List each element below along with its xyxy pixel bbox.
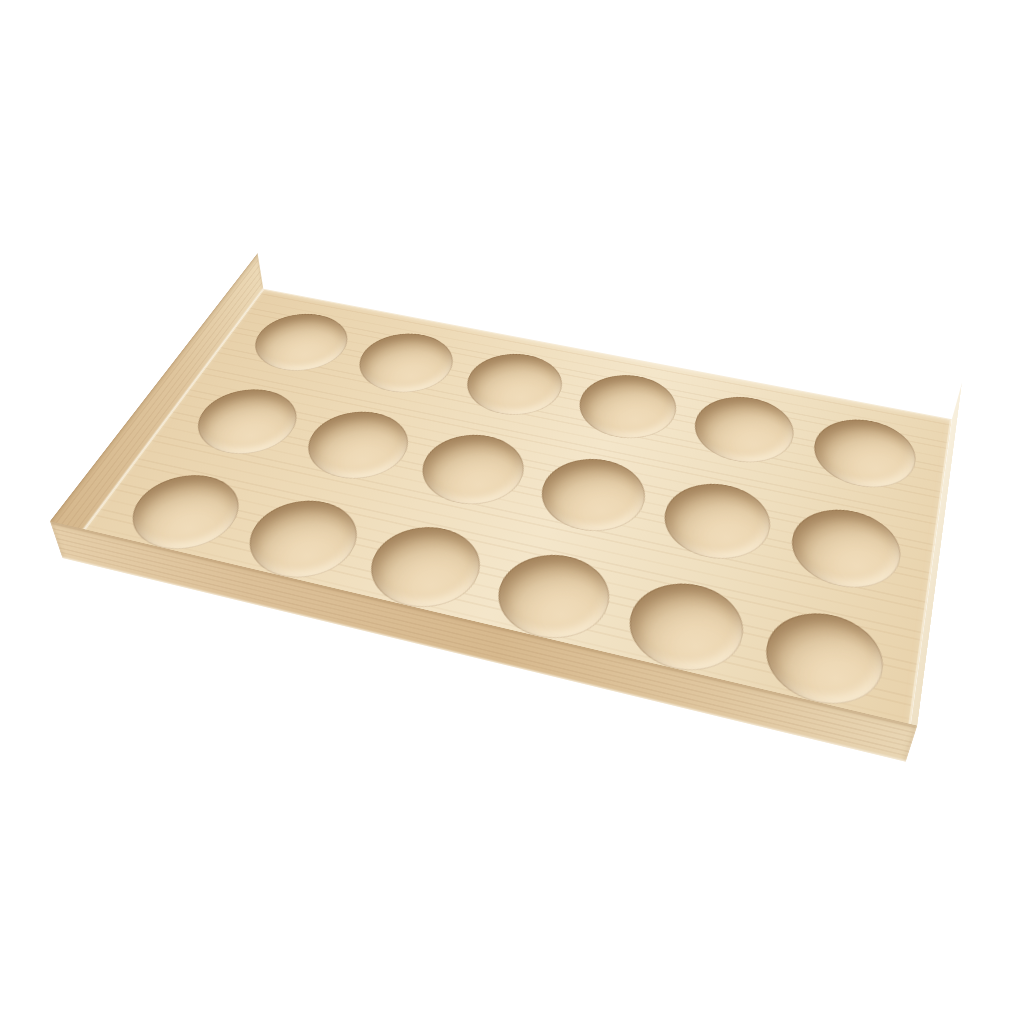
pit-r1c6[interactable]	[808, 412, 921, 496]
pit-r2c2[interactable]	[292, 404, 421, 487]
pit-r2c4[interactable]	[529, 451, 655, 541]
pit-r2c6[interactable]	[784, 501, 906, 598]
pit-r1c5[interactable]	[686, 389, 801, 470]
pit-r2c1[interactable]	[181, 382, 312, 462]
pit-r2c5[interactable]	[654, 475, 778, 568]
wooden-tray-board	[63, 289, 952, 762]
pit-r1c1[interactable]	[240, 307, 361, 378]
pit-r2c3[interactable]	[408, 427, 536, 513]
pit-r1c3[interactable]	[455, 347, 573, 423]
product-photo-scene	[0, 0, 1024, 1024]
pit-r1c2[interactable]	[345, 327, 465, 400]
pit-r1c4[interactable]	[568, 368, 685, 446]
